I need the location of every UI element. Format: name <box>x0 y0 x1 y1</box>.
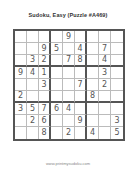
sudoku-cell-r6c8[interactable] <box>99 91 111 103</box>
sudoku-cell-r1c5[interactable]: 9 <box>63 31 75 43</box>
sudoku-cell-r7c9[interactable] <box>111 103 123 115</box>
footer-url: www.printmysudoku.com <box>0 161 136 166</box>
sudoku-cell-r4c1[interactable]: 9 <box>15 67 27 79</box>
sudoku-cell-r5c2[interactable] <box>27 79 39 91</box>
sudoku-cell-r8c8[interactable] <box>99 115 111 127</box>
sudoku-cell-r4c3[interactable]: 1 <box>39 67 51 79</box>
sudoku-cell-r1c2[interactable] <box>27 31 39 43</box>
sudoku-cell-r9c9[interactable]: 5 <box>111 127 123 139</box>
sudoku-cell-r4c9[interactable] <box>111 67 123 79</box>
sudoku-cell-r6c9[interactable] <box>111 91 123 103</box>
sudoku-cell-r1c7[interactable] <box>87 31 99 43</box>
sudoku-cell-r9c8[interactable] <box>99 127 111 139</box>
sudoku-cell-r6c2[interactable] <box>27 91 39 103</box>
sudoku-cell-r2c4[interactable]: 5 <box>51 43 63 55</box>
sudoku-cell-r3c7[interactable] <box>87 55 99 67</box>
sudoku-cell-r1c1[interactable] <box>15 31 27 43</box>
sudoku-cell-r9c2[interactable] <box>27 127 39 139</box>
sudoku-cell-r3c2[interactable]: 3 <box>27 55 39 67</box>
sudoku-cell-r8c7[interactable] <box>87 115 99 127</box>
sudoku-cell-r1c3[interactable] <box>39 31 51 43</box>
sudoku-cell-r1c4[interactable] <box>51 31 63 43</box>
sudoku-cell-r7c6[interactable] <box>75 103 87 115</box>
sudoku-cell-r9c3[interactable]: 8 <box>39 127 51 139</box>
sudoku-cell-r2c1[interactable] <box>15 43 27 55</box>
sudoku-cell-r3c6[interactable]: 8 <box>75 55 87 67</box>
sudoku-cell-r4c7[interactable] <box>87 67 99 79</box>
sudoku-cell-r3c5[interactable]: 7 <box>63 55 75 67</box>
sudoku-cell-r8c5[interactable] <box>63 115 75 127</box>
sudoku-cell-r5c6[interactable]: 7 <box>75 79 87 91</box>
sudoku-cell-r6c5[interactable] <box>63 91 75 103</box>
sudoku-cell-r9c5[interactable]: 2 <box>63 127 75 139</box>
sudoku-cell-r4c6[interactable] <box>75 67 87 79</box>
sudoku-cell-r6c6[interactable] <box>75 91 87 103</box>
sudoku-cell-r5c3[interactable]: 3 <box>39 79 51 91</box>
sudoku-cell-r3c9[interactable] <box>111 55 123 67</box>
sudoku-cell-r1c9[interactable] <box>111 31 123 43</box>
sudoku-cell-r8c4[interactable] <box>51 115 63 127</box>
sudoku-cell-r7c3[interactable]: 7 <box>39 103 51 115</box>
sudoku-cell-r8c1[interactable] <box>15 115 27 127</box>
sudoku-cell-r6c7[interactable]: 8 <box>87 91 99 103</box>
sudoku-cell-r7c2[interactable]: 5 <box>27 103 39 115</box>
sudoku-cell-r9c7[interactable]: 4 <box>87 127 99 139</box>
sudoku-cell-r1c8[interactable] <box>99 31 111 43</box>
sudoku-cell-r5c5[interactable] <box>63 79 75 91</box>
sudoku-cell-r3c1[interactable] <box>15 55 27 67</box>
sudoku-cell-r4c8[interactable]: 3 <box>99 67 111 79</box>
sudoku-cell-r3c4[interactable] <box>51 55 63 67</box>
sudoku-cell-r8c3[interactable]: 6 <box>39 115 51 127</box>
sudoku-cell-r1c6[interactable] <box>75 31 87 43</box>
sudoku-cell-r3c3[interactable]: 2 <box>39 55 51 67</box>
sudoku-cell-r7c5[interactable]: 4 <box>63 103 75 115</box>
page-title: Sudoku, Easy (Puzzle #A469) <box>0 12 136 18</box>
sudoku-cell-r7c8[interactable] <box>99 103 111 115</box>
sudoku-cell-r7c1[interactable]: 3 <box>15 103 27 115</box>
sudoku-cell-r8c9[interactable]: 3 <box>111 115 123 127</box>
sudoku-cell-r8c2[interactable]: 2 <box>27 115 39 127</box>
sudoku-cell-r4c4[interactable] <box>51 67 63 79</box>
sudoku-cell-r9c6[interactable] <box>75 127 87 139</box>
sudoku-cell-r5c8[interactable]: 2 <box>99 79 111 91</box>
sudoku-cell-r5c9[interactable] <box>111 79 123 91</box>
sudoku-cell-r4c5[interactable] <box>63 67 75 79</box>
sudoku-cell-r6c4[interactable] <box>51 91 63 103</box>
sudoku-cell-r6c1[interactable]: 2 <box>15 91 27 103</box>
sudoku-cell-r6c3[interactable] <box>39 91 51 103</box>
sudoku-cell-r2c7[interactable] <box>87 43 99 55</box>
sudoku-cell-r9c1[interactable] <box>15 127 27 139</box>
sudoku-cell-r4c2[interactable]: 4 <box>27 67 39 79</box>
sudoku-cell-r2c9[interactable] <box>111 43 123 55</box>
sudoku-cell-r5c4[interactable] <box>51 79 63 91</box>
sudoku-cell-r3c8[interactable]: 4 <box>99 55 111 67</box>
sudoku-cell-r9c4[interactable] <box>51 127 63 139</box>
sudoku-cell-r7c4[interactable]: 6 <box>51 103 63 115</box>
sudoku-board: 99547327849413372283576426938245 <box>13 29 125 141</box>
sudoku-cell-r7c7[interactable] <box>87 103 99 115</box>
sudoku-cell-r8c6[interactable]: 9 <box>75 115 87 127</box>
